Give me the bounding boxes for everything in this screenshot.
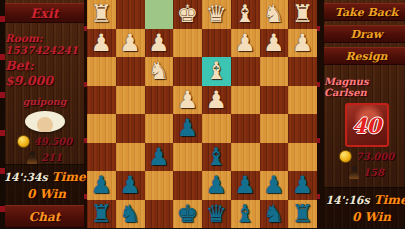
opponent-time-band: 14':16s Time 0 Win [324,187,405,228]
chess-board[interactable]: ♜♚♛♝♞♜♟♟♟♟♟♟♞♝♟♟♟♟♝♟♟♟♟♟♟♜♞♚♛♝♞♜ [87,0,317,228]
avatar-head-icon [37,117,53,132]
opponent-people-count: 158 [363,167,384,178]
piece-black-b: ♝ [206,145,228,169]
player-avatar [25,111,65,132]
square-h7[interactable]: ♟ [87,171,116,200]
room-label: Room: 1537424241 [5,32,84,56]
square-b8[interactable]: ♞ [260,200,289,229]
square-d7[interactable]: ♟ [202,171,231,200]
square-f8[interactable] [145,200,174,229]
player-time-value: 14':34s [3,171,47,184]
opponent-coins-row: 73.000 [339,150,394,163]
square-e6[interactable] [173,143,202,172]
exit-button[interactable]: Exit [5,3,84,23]
square-h6[interactable] [87,143,116,172]
square-b5[interactable] [260,114,289,143]
piece-white-k: ♚ [177,2,199,26]
square-c1[interactable]: ♝ [231,0,260,29]
square-f5[interactable] [145,114,174,143]
piece-black-k: ♚ [177,202,199,226]
square-e7[interactable] [173,171,202,200]
piece-black-p: ♟ [234,173,256,197]
square-e3[interactable] [173,57,202,86]
square-b6[interactable] [260,143,289,172]
coin-icon [17,135,30,148]
square-a6[interactable] [288,143,317,172]
square-h8[interactable]: ♜ [87,200,116,229]
take-back-button[interactable]: Take Back [324,3,405,21]
player-name: guipong [23,96,67,107]
opponent-avatar: 40 [345,103,389,147]
piece-white-p: ♟ [177,88,199,112]
square-a3[interactable] [288,57,317,86]
square-d3[interactable]: ♝ [202,57,231,86]
piece-white-p: ♟ [292,31,314,55]
square-f7[interactable] [145,171,174,200]
player-coins-row: 49.500 [17,135,72,148]
piece-white-p: ♟ [234,31,256,55]
move-timer: 40 [352,113,381,138]
square-c8[interactable]: ♝ [231,200,260,229]
square-a5[interactable] [288,114,317,143]
square-g2[interactable]: ♟ [116,29,145,58]
square-d5[interactable] [202,114,231,143]
player-win-count: 0 Win [11,187,78,201]
square-b2[interactable]: ♟ [260,29,289,58]
piece-black-b: ♝ [234,202,256,226]
square-h4[interactable] [87,86,116,115]
piece-white-b: ♝ [206,59,228,83]
square-c3[interactable] [231,57,260,86]
square-b3[interactable] [260,57,289,86]
square-a4[interactable] [288,86,317,115]
square-e2[interactable] [173,29,202,58]
square-d1[interactable]: ♛ [202,0,231,29]
draw-button[interactable]: Draw [324,25,405,43]
square-f6[interactable]: ♟ [145,143,174,172]
square-c2[interactable]: ♟ [231,29,260,58]
piece-black-n: ♞ [119,202,141,226]
square-c6[interactable] [231,143,260,172]
opponent-time-label: Time [374,193,405,207]
piece-white-n: ♞ [148,59,170,83]
opponent-win-count: 0 Win [330,210,403,224]
square-c4[interactable] [231,86,260,115]
piece-black-p: ♟ [263,173,285,197]
piece-black-p: ♟ [119,173,141,197]
player-count-row: 211 [27,151,62,164]
resign-button[interactable]: Resign [324,47,405,65]
piece-white-r: ♜ [91,2,113,26]
piece-white-p: ♟ [263,31,285,55]
piece-black-r: ♜ [91,202,113,226]
square-f3[interactable]: ♞ [145,57,174,86]
square-b7[interactable]: ♟ [260,171,289,200]
square-e4[interactable]: ♟ [173,86,202,115]
square-c7[interactable]: ♟ [231,171,260,200]
square-g6[interactable] [116,143,145,172]
square-d4[interactable]: ♟ [202,86,231,115]
square-e1[interactable]: ♚ [173,0,202,29]
square-h1[interactable]: ♜ [87,0,116,29]
piece-black-r: ♜ [292,202,314,226]
person-icon [349,166,359,179]
piece-black-p: ♟ [91,173,113,197]
square-g5[interactable] [116,114,145,143]
square-a1[interactable]: ♜ [288,0,317,29]
left-panel: Exit Room: 1537424241 Bet: $9.000 guipon… [5,0,84,228]
square-a7[interactable]: ♟ [288,171,317,200]
square-c5[interactable] [231,114,260,143]
game-screen: Exit Room: 1537424241 Bet: $9.000 guipon… [0,0,405,228]
square-h5[interactable] [87,114,116,143]
opponent-coin-balance: 73.000 [356,151,394,162]
square-g3[interactable] [116,57,145,86]
player-time-label: Time [52,170,86,184]
piece-white-b: ♝ [234,2,256,26]
player-people-count: 211 [41,152,62,163]
piece-white-p: ♟ [119,31,141,55]
square-b4[interactable] [260,86,289,115]
square-g4[interactable] [116,86,145,115]
piece-white-p: ♟ [91,31,113,55]
opponent-time-value: 14':16s [325,194,369,207]
square-d6[interactable]: ♝ [202,143,231,172]
board-frame: ♜♚♛♝♞♜♟♟♟♟♟♟♞♝♟♟♟♟♝♟♟♟♟♟♟♜♞♚♛♝♞♜ [84,0,320,228]
piece-white-q: ♛ [206,2,228,26]
right-panel: Take Back Draw Resign Magnus Carlsen 40 … [320,0,405,228]
bet-label: Bet: $9.000 [5,58,84,88]
square-e8[interactable]: ♚ [173,200,202,229]
square-a2[interactable]: ♟ [288,29,317,58]
piece-black-q: ♛ [206,202,228,226]
square-g7[interactable]: ♟ [116,171,145,200]
chat-button[interactable]: Chat [5,205,84,228]
piece-white-p: ♟ [206,88,228,112]
square-h3[interactable] [87,57,116,86]
player-coin-balance: 49.500 [34,136,72,147]
square-h2[interactable]: ♟ [87,29,116,58]
piece-white-n: ♞ [263,2,285,26]
square-f1[interactable] [145,0,174,29]
square-g8[interactable]: ♞ [116,200,145,229]
piece-black-p: ♟ [292,173,314,197]
square-a8[interactable]: ♜ [288,200,317,229]
coin-icon [339,150,352,163]
square-g1[interactable] [116,0,145,29]
opponent-name: Magnus Carlsen [324,76,405,98]
piece-white-p: ♟ [148,31,170,55]
piece-black-p: ♟ [206,173,228,197]
square-f4[interactable] [145,86,174,115]
person-icon [27,151,37,164]
square-b1[interactable]: ♞ [260,0,289,29]
player-time-band: 14':34s Time 0 Win [5,164,84,205]
square-d2[interactable] [202,29,231,58]
piece-white-r: ♜ [292,2,314,26]
opponent-count-row: 158 [349,166,384,179]
square-e5[interactable]: ♟ [173,114,202,143]
square-f2[interactable]: ♟ [145,29,174,58]
square-d8[interactable]: ♛ [202,200,231,229]
piece-black-n: ♞ [263,202,285,226]
piece-black-p: ♟ [177,116,199,140]
piece-black-p: ♟ [148,145,170,169]
